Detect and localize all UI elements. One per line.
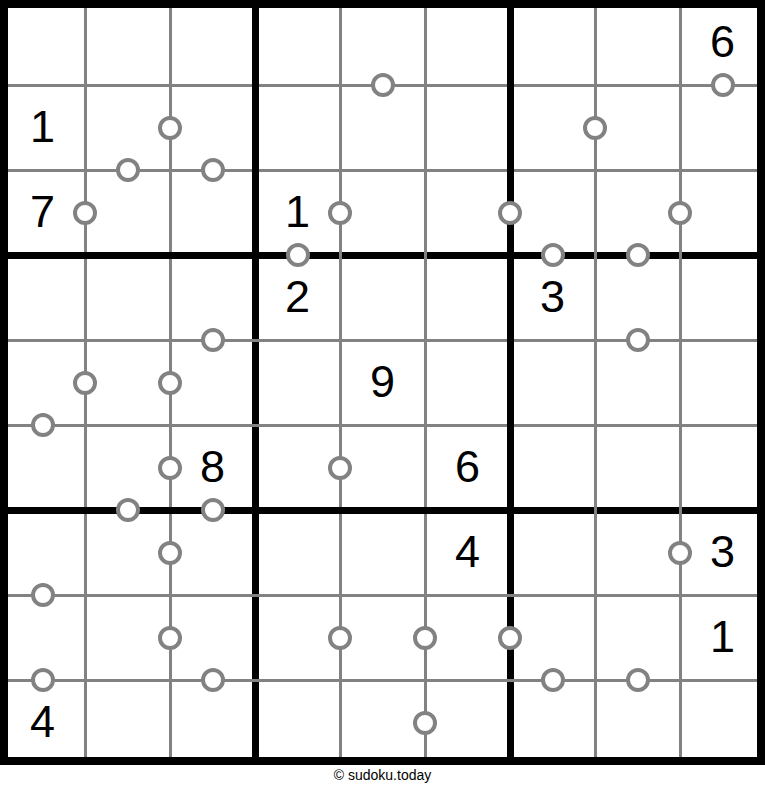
cell-r1c9[interactable]: [680, 0, 765, 85]
cell-r2c2[interactable]: [85, 85, 170, 170]
cell-r7c9[interactable]: [680, 510, 765, 595]
cell-r3c1[interactable]: [0, 170, 85, 255]
footer: © sudoku.today: [0, 765, 765, 785]
cell-r9c6[interactable]: [425, 680, 510, 765]
cell-r1c4[interactable]: [255, 0, 340, 85]
cell-r5c9[interactable]: [680, 340, 765, 425]
cell-r2c7[interactable]: [510, 85, 595, 170]
cell-r5c1[interactable]: [0, 340, 85, 425]
cell-r4c9[interactable]: [680, 255, 765, 340]
cell-r2c9[interactable]: [680, 85, 765, 170]
sudoku-board: 6171239864314: [0, 0, 765, 765]
cell-r2c1[interactable]: [0, 85, 85, 170]
cell-r8c1[interactable]: [0, 595, 85, 680]
cell-r8c6[interactable]: [425, 595, 510, 680]
cell-r1c2[interactable]: [85, 0, 170, 85]
cell-r4c5[interactable]: [340, 255, 425, 340]
cell-r7c1[interactable]: [0, 510, 85, 595]
cell-r2c5[interactable]: [340, 85, 425, 170]
cell-r9c8[interactable]: [595, 680, 680, 765]
cell-r4c1[interactable]: [0, 255, 85, 340]
cell-r6c9[interactable]: [680, 425, 765, 510]
cell-r1c6[interactable]: [425, 0, 510, 85]
cell-r4c3[interactable]: [170, 255, 255, 340]
cell-r7c3[interactable]: [170, 510, 255, 595]
cell-r9c4[interactable]: [255, 680, 340, 765]
cell-r9c2[interactable]: [85, 680, 170, 765]
cell-r3c6[interactable]: [425, 170, 510, 255]
cell-r4c7[interactable]: [510, 255, 595, 340]
cell-r3c3[interactable]: [170, 170, 255, 255]
cell-r3c9[interactable]: [680, 170, 765, 255]
cell-r4c2[interactable]: [85, 255, 170, 340]
cell-r9c3[interactable]: [170, 680, 255, 765]
cell-r7c2[interactable]: [85, 510, 170, 595]
cell-r6c2[interactable]: [85, 425, 170, 510]
cell-r5c6[interactable]: [425, 340, 510, 425]
cell-r3c4[interactable]: [255, 170, 340, 255]
cell-r7c4[interactable]: [255, 510, 340, 595]
copyright-text: © sudoku.today: [334, 767, 432, 783]
cell-r1c1[interactable]: [0, 0, 85, 85]
cell-r8c8[interactable]: [595, 595, 680, 680]
cell-r5c4[interactable]: [255, 340, 340, 425]
cell-r5c7[interactable]: [510, 340, 595, 425]
cell-r3c8[interactable]: [595, 170, 680, 255]
cell-r9c1[interactable]: [0, 680, 85, 765]
cell-r7c7[interactable]: [510, 510, 595, 595]
cell-r3c5[interactable]: [340, 170, 425, 255]
cell-r1c8[interactable]: [595, 0, 680, 85]
cell-r1c7[interactable]: [510, 0, 595, 85]
cell-r4c6[interactable]: [425, 255, 510, 340]
cell-r7c5[interactable]: [340, 510, 425, 595]
puzzle-page: 6171239864314 © sudoku.today: [0, 0, 765, 785]
cell-r3c2[interactable]: [85, 170, 170, 255]
cell-r1c3[interactable]: [170, 0, 255, 85]
cell-r6c6[interactable]: [425, 425, 510, 510]
cell-r1c5[interactable]: [340, 0, 425, 85]
cell-r9c9[interactable]: [680, 680, 765, 765]
cell-r6c4[interactable]: [255, 425, 340, 510]
cell-r6c1[interactable]: [0, 425, 85, 510]
cell-r2c8[interactable]: [595, 85, 680, 170]
cell-r6c3[interactable]: [170, 425, 255, 510]
cell-r8c5[interactable]: [340, 595, 425, 680]
cell-r5c5[interactable]: [340, 340, 425, 425]
cell-r8c2[interactable]: [85, 595, 170, 680]
cell-r9c5[interactable]: [340, 680, 425, 765]
cell-r8c7[interactable]: [510, 595, 595, 680]
cell-r7c8[interactable]: [595, 510, 680, 595]
cell-r2c4[interactable]: [255, 85, 340, 170]
cell-r2c6[interactable]: [425, 85, 510, 170]
cell-r8c3[interactable]: [170, 595, 255, 680]
cell-r5c3[interactable]: [170, 340, 255, 425]
cell-r9c7[interactable]: [510, 680, 595, 765]
cell-r6c5[interactable]: [340, 425, 425, 510]
cell-r8c9[interactable]: [680, 595, 765, 680]
cell-r6c8[interactable]: [595, 425, 680, 510]
cell-r8c4[interactable]: [255, 595, 340, 680]
cell-r4c4[interactable]: [255, 255, 340, 340]
cell-r2c3[interactable]: [170, 85, 255, 170]
cell-r3c7[interactable]: [510, 170, 595, 255]
cell-r5c8[interactable]: [595, 340, 680, 425]
cell-r4c8[interactable]: [595, 255, 680, 340]
cell-r5c2[interactable]: [85, 340, 170, 425]
cell-r6c7[interactable]: [510, 425, 595, 510]
cell-r7c6[interactable]: [425, 510, 510, 595]
